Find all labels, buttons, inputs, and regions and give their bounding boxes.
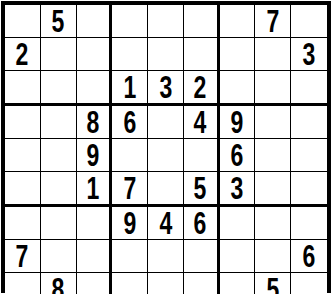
cell-r2c6[interactable] [184,38,220,71]
cell-r5c5[interactable] [148,139,184,172]
cell-r1c2[interactable]: 5 [41,5,77,38]
cell-r8c9[interactable]: 6 [291,240,327,273]
cell-r6c3[interactable]: 1 [77,172,113,207]
cell-r9c1[interactable] [5,273,41,294]
cell-r8c1[interactable]: 7 [5,240,41,273]
cell-r4c5[interactable] [148,106,184,139]
cell-r9c5[interactable] [148,273,184,294]
cell-r6c6[interactable]: 5 [184,172,220,207]
cell-r8c3[interactable] [77,240,113,273]
cell-r2c4[interactable] [112,38,148,71]
given-digit: 6 [303,240,316,272]
cell-r2c5[interactable] [148,38,184,71]
cell-r9c3[interactable] [77,273,113,294]
given-digit: 5 [194,172,207,204]
cell-r5c1[interactable] [5,139,41,172]
cell-r4c4[interactable]: 6 [112,106,148,139]
cell-r7c2[interactable] [41,207,77,240]
cell-r4c9[interactable] [291,106,327,139]
sudoku-board: 572313286499617539467685 [1,1,331,293]
cell-r1c7[interactable] [220,5,256,38]
cell-r2c2[interactable] [41,38,77,71]
cell-r9c9[interactable] [291,273,327,294]
cell-r6c8[interactable] [255,172,291,207]
cell-r4c3[interactable]: 8 [77,106,113,139]
cell-r3c3[interactable] [77,71,113,106]
cell-r3c7[interactable] [220,71,256,106]
given-digit: 3 [159,71,172,103]
cell-r2c7[interactable] [220,38,256,71]
cell-r7c4[interactable]: 9 [112,207,148,240]
cell-r3c4[interactable]: 1 [112,71,148,106]
cell-r6c2[interactable] [41,172,77,207]
cell-r1c4[interactable] [112,5,148,38]
given-digit: 6 [231,139,244,171]
cell-r6c1[interactable] [5,172,41,207]
cell-r4c8[interactable] [255,106,291,139]
cell-r8c5[interactable] [148,240,184,273]
given-digit: 1 [123,71,136,103]
cell-r7c6[interactable]: 6 [184,207,220,240]
cell-r1c1[interactable] [5,5,41,38]
given-digit: 9 [231,106,244,138]
given-digit: 3 [303,38,316,70]
cell-r1c6[interactable] [184,5,220,38]
cell-r8c6[interactable] [184,240,220,273]
cell-r3c2[interactable] [41,71,77,106]
cell-r6c4[interactable]: 7 [112,172,148,207]
cell-r5c8[interactable] [255,139,291,172]
cell-r7c9[interactable] [291,207,327,240]
cell-r8c2[interactable] [41,240,77,273]
cell-r1c8[interactable]: 7 [255,5,291,38]
cell-r8c4[interactable] [112,240,148,273]
given-digit: 1 [87,172,100,204]
given-digit: 4 [194,106,207,138]
cell-r4c2[interactable] [41,106,77,139]
cell-r6c7[interactable]: 3 [220,172,256,207]
given-digit: 8 [87,106,100,138]
given-digit: 6 [123,106,136,138]
cell-r1c3[interactable] [77,5,113,38]
cell-r2c9[interactable]: 3 [291,38,327,71]
cell-r9c8[interactable]: 5 [255,273,291,294]
given-digit: 7 [266,5,279,37]
cell-r4c7[interactable]: 9 [220,106,256,139]
given-digit: 5 [266,273,279,294]
given-digit: 2 [16,38,29,70]
given-digit: 3 [231,172,244,204]
cell-r2c1[interactable]: 2 [5,38,41,71]
cell-r7c8[interactable] [255,207,291,240]
given-digit: 7 [123,172,136,204]
cell-r6c5[interactable] [148,172,184,207]
given-digit: 7 [16,240,29,272]
cell-r9c7[interactable] [220,273,256,294]
cell-r6c9[interactable] [291,172,327,207]
cell-r1c5[interactable] [148,5,184,38]
given-digit: 9 [87,139,100,171]
given-digit: 8 [52,273,65,294]
cell-r7c7[interactable] [220,207,256,240]
cell-r9c4[interactable] [112,273,148,294]
cell-r2c8[interactable] [255,38,291,71]
cell-r9c2[interactable]: 8 [41,273,77,294]
cell-r1c9[interactable] [291,5,327,38]
given-digit: 5 [52,5,65,37]
cell-r5c3[interactable]: 9 [77,139,113,172]
cell-r7c3[interactable] [77,207,113,240]
cell-r5c7[interactable]: 6 [220,139,256,172]
cell-r5c4[interactable] [112,139,148,172]
cell-r5c9[interactable] [291,139,327,172]
cell-r2c3[interactable] [77,38,113,71]
cell-r4c6[interactable]: 4 [184,106,220,139]
cell-r3c6[interactable]: 2 [184,71,220,106]
given-digit: 9 [123,207,136,239]
cell-r5c2[interactable] [41,139,77,172]
cell-r3c9[interactable] [291,71,327,106]
given-digit: 2 [194,71,207,103]
cell-r9c6[interactable] [184,273,220,294]
cell-r8c8[interactable] [255,240,291,273]
cell-r3c5[interactable]: 3 [148,71,184,106]
given-digit: 6 [194,207,207,239]
cell-r3c1[interactable] [5,71,41,106]
cell-r8c7[interactable] [220,240,256,273]
cell-r7c1[interactable] [5,207,41,240]
cell-r3c8[interactable] [255,71,291,106]
given-digit: 4 [159,207,172,239]
cell-r7c5[interactable]: 4 [148,207,184,240]
cell-r4c1[interactable] [5,106,41,139]
cell-r5c6[interactable] [184,139,220,172]
